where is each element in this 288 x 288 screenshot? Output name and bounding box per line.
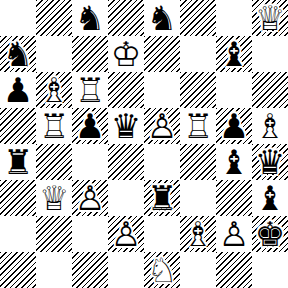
- piece-black-rook[interactable]: ♜: [0, 144, 36, 180]
- white-piece-outline: ♙: [108, 216, 144, 252]
- black-piece-glyph: ♟: [0, 72, 36, 108]
- square-c3[interactable]: ♟♙: [72, 180, 108, 216]
- square-c7[interactable]: [72, 36, 108, 72]
- square-d5[interactable]: ♛: [108, 108, 144, 144]
- square-e3[interactable]: ♜: [144, 180, 180, 216]
- square-b5[interactable]: ♜♖: [36, 108, 72, 144]
- square-a7[interactable]: ♞: [0, 36, 36, 72]
- piece-black-king[interactable]: ♚: [252, 216, 288, 252]
- piece-white-bishop[interactable]: ♝♗: [180, 216, 216, 252]
- black-piece-glyph: ♛: [108, 108, 144, 144]
- square-h1[interactable]: [252, 252, 288, 288]
- square-g7[interactable]: ♝: [216, 36, 252, 72]
- square-f2[interactable]: ♝♗: [180, 216, 216, 252]
- square-g5[interactable]: ♟: [216, 108, 252, 144]
- black-piece-glyph: ♞: [144, 0, 180, 36]
- square-a5[interactable]: [0, 108, 36, 144]
- square-f4[interactable]: [180, 144, 216, 180]
- white-piece-outline: ♙: [144, 108, 180, 144]
- piece-white-pawn[interactable]: ♟♙: [72, 180, 108, 216]
- square-a4[interactable]: ♜: [0, 144, 36, 180]
- white-piece-outline: ♖: [180, 108, 216, 144]
- black-piece-glyph: ♞: [72, 0, 108, 36]
- piece-white-bishop[interactable]: ♝♗: [36, 72, 72, 108]
- square-h5[interactable]: ♝♗: [252, 108, 288, 144]
- square-f6[interactable]: [180, 72, 216, 108]
- square-d6[interactable]: [108, 72, 144, 108]
- white-piece-outline: ♗: [36, 72, 72, 108]
- black-piece-glyph: ♟: [72, 108, 108, 144]
- square-b8[interactable]: [36, 0, 72, 36]
- piece-black-rook[interactable]: ♜: [144, 180, 180, 216]
- piece-black-bishop[interactable]: ♝: [216, 36, 252, 72]
- square-e7[interactable]: [144, 36, 180, 72]
- square-f1[interactable]: [180, 252, 216, 288]
- black-piece-glyph: ♝: [216, 36, 252, 72]
- white-piece-outline: ♕: [252, 0, 288, 36]
- white-piece-outline: ♕: [36, 180, 72, 216]
- square-d1[interactable]: [108, 252, 144, 288]
- piece-black-pawn[interactable]: ♟: [72, 108, 108, 144]
- square-h4[interactable]: ♛: [252, 144, 288, 180]
- piece-white-pawn[interactable]: ♟♙: [108, 216, 144, 252]
- white-piece-outline: ♘: [144, 252, 180, 288]
- piece-white-queen[interactable]: ♛♕: [252, 0, 288, 36]
- piece-black-knight[interactable]: ♞: [0, 36, 36, 72]
- black-piece-glyph: ♜: [144, 180, 180, 216]
- square-a6[interactable]: ♟: [0, 72, 36, 108]
- chess-board: ♞♞♛♕♞♚♔♝♟♝♗♜♖♜♖♟♛♟♙♜♖♟♝♗♜♝♛♛♕♟♙♜♝♟♙♝♗♟♙♚…: [0, 0, 288, 288]
- piece-black-knight[interactable]: ♞: [72, 0, 108, 36]
- square-e5[interactable]: ♟♙: [144, 108, 180, 144]
- square-a1[interactable]: [0, 252, 36, 288]
- square-e8[interactable]: ♞: [144, 0, 180, 36]
- piece-black-pawn[interactable]: ♟: [216, 108, 252, 144]
- square-e1[interactable]: ♞♘: [144, 252, 180, 288]
- square-h6[interactable]: [252, 72, 288, 108]
- black-piece-glyph: ♟: [216, 108, 252, 144]
- piece-white-rook[interactable]: ♜♖: [72, 72, 108, 108]
- piece-black-pawn[interactable]: ♟: [0, 72, 36, 108]
- piece-white-queen[interactable]: ♛♕: [36, 180, 72, 216]
- square-e2[interactable]: [144, 216, 180, 252]
- piece-black-bishop[interactable]: ♝: [252, 180, 288, 216]
- piece-white-rook[interactable]: ♜♖: [36, 108, 72, 144]
- white-piece-outline: ♗: [180, 216, 216, 252]
- square-g4[interactable]: ♝: [216, 144, 252, 180]
- square-b1[interactable]: [36, 252, 72, 288]
- square-h3[interactable]: ♝: [252, 180, 288, 216]
- square-c5[interactable]: ♟: [72, 108, 108, 144]
- black-piece-glyph: ♚: [252, 216, 288, 252]
- square-h8[interactable]: ♛♕: [252, 0, 288, 36]
- white-piece-outline: ♙: [216, 216, 252, 252]
- piece-black-knight[interactable]: ♞: [144, 0, 180, 36]
- square-b4[interactable]: [36, 144, 72, 180]
- square-d3[interactable]: [108, 180, 144, 216]
- white-piece-outline: ♗: [252, 108, 288, 144]
- black-piece-glyph: ♞: [0, 36, 36, 72]
- square-f7[interactable]: [180, 36, 216, 72]
- piece-white-rook[interactable]: ♜♖: [180, 108, 216, 144]
- white-piece-outline: ♔: [108, 36, 144, 72]
- square-a2[interactable]: [0, 216, 36, 252]
- piece-white-pawn[interactable]: ♟♙: [216, 216, 252, 252]
- black-piece-glyph: ♛: [252, 144, 288, 180]
- square-f3[interactable]: [180, 180, 216, 216]
- square-f8[interactable]: [180, 0, 216, 36]
- square-h7[interactable]: [252, 36, 288, 72]
- square-g2[interactable]: ♟♙: [216, 216, 252, 252]
- square-d7[interactable]: ♚♔: [108, 36, 144, 72]
- square-g1[interactable]: [216, 252, 252, 288]
- piece-white-knight[interactable]: ♞♘: [144, 252, 180, 288]
- white-piece-outline: ♙: [72, 180, 108, 216]
- black-piece-glyph: ♝: [252, 180, 288, 216]
- piece-black-queen[interactable]: ♛: [252, 144, 288, 180]
- square-b2[interactable]: [36, 216, 72, 252]
- square-a8[interactable]: [0, 0, 36, 36]
- square-d2[interactable]: ♟♙: [108, 216, 144, 252]
- square-c4[interactable]: [72, 144, 108, 180]
- square-b7[interactable]: [36, 36, 72, 72]
- piece-white-bishop[interactable]: ♝♗: [252, 108, 288, 144]
- square-e4[interactable]: [144, 144, 180, 180]
- square-d8[interactable]: [108, 0, 144, 36]
- square-e6[interactable]: [144, 72, 180, 108]
- square-g3[interactable]: [216, 180, 252, 216]
- square-c1[interactable]: [72, 252, 108, 288]
- white-piece-outline: ♖: [36, 108, 72, 144]
- piece-black-queen[interactable]: ♛: [108, 108, 144, 144]
- piece-white-king[interactable]: ♚♔: [108, 36, 144, 72]
- square-d4[interactable]: [108, 144, 144, 180]
- square-c6[interactable]: ♜♖: [72, 72, 108, 108]
- black-piece-glyph: ♜: [0, 144, 36, 180]
- square-c2[interactable]: [72, 216, 108, 252]
- white-piece-outline: ♖: [72, 72, 108, 108]
- square-c8[interactable]: ♞: [72, 0, 108, 36]
- square-b3[interactable]: ♛♕: [36, 180, 72, 216]
- square-h2[interactable]: ♚: [252, 216, 288, 252]
- piece-white-pawn[interactable]: ♟♙: [144, 108, 180, 144]
- square-g8[interactable]: [216, 0, 252, 36]
- square-g6[interactable]: [216, 72, 252, 108]
- square-f5[interactable]: ♜♖: [180, 108, 216, 144]
- piece-black-bishop[interactable]: ♝: [216, 144, 252, 180]
- square-b6[interactable]: ♝♗: [36, 72, 72, 108]
- black-piece-glyph: ♝: [216, 144, 252, 180]
- square-a3[interactable]: [0, 180, 36, 216]
